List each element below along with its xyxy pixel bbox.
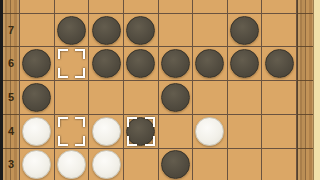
cell-h8[interactable] (261, 0, 296, 13)
last-move-marker-corner (145, 136, 155, 146)
black-piece-c7[interactable] (92, 16, 121, 45)
white-piece-b3[interactable] (57, 150, 86, 179)
last-move-marker-corner (58, 68, 68, 78)
cell-c8[interactable] (88, 0, 123, 13)
cell-e8[interactable] (158, 0, 193, 13)
white-piece-c4[interactable] (92, 117, 121, 146)
cell-f8[interactable] (192, 0, 227, 13)
cell-b3[interactable] (54, 148, 89, 180)
rank-label-7: 7 (3, 24, 19, 36)
black-piece-g6[interactable] (230, 49, 259, 78)
cell-e4[interactable] (158, 114, 193, 148)
cell-b5[interactable] (54, 80, 89, 114)
cell-c5[interactable] (88, 80, 123, 114)
cell-f3[interactable] (192, 148, 227, 180)
last-move-marker-corner (127, 117, 137, 127)
cell-g3[interactable] (227, 148, 262, 180)
black-piece-a5[interactable] (22, 83, 51, 112)
cell-f5[interactable] (192, 80, 227, 114)
cell-e6[interactable] (158, 46, 193, 80)
black-piece-e6[interactable] (161, 49, 190, 78)
cell-h3[interactable] (261, 148, 296, 180)
cell-b6[interactable] (54, 46, 89, 80)
last-move-marker-corner (127, 136, 137, 146)
cell-c7[interactable] (88, 13, 123, 46)
rank-label-6: 6 (3, 57, 19, 69)
cell-g6[interactable] (227, 46, 262, 80)
white-piece-a4[interactable] (22, 117, 51, 146)
last-move-marker-corner (58, 49, 68, 59)
cell-d7[interactable] (123, 13, 158, 46)
cell-b4[interactable] (54, 114, 89, 148)
rank-label-5: 5 (3, 91, 19, 103)
white-piece-a3[interactable] (22, 150, 51, 179)
cell-h6[interactable] (261, 46, 296, 80)
last-move-marker-corner (75, 49, 85, 59)
cell-a6[interactable] (19, 46, 54, 80)
cell-c4[interactable] (88, 114, 123, 148)
cell-e7[interactable] (158, 13, 193, 46)
cell-c3[interactable] (88, 148, 123, 180)
cell-g8[interactable] (227, 0, 262, 13)
black-piece-d6[interactable] (126, 49, 155, 78)
cell-d5[interactable] (123, 80, 158, 114)
board-frame-right (297, 0, 314, 180)
cell-f7[interactable] (192, 13, 227, 46)
black-piece-e5[interactable] (161, 83, 190, 112)
cell-c6[interactable] (88, 46, 123, 80)
cell-a7[interactable] (19, 13, 54, 46)
cell-d4[interactable] (123, 114, 158, 148)
black-piece-e3[interactable] (161, 150, 190, 179)
cell-b7[interactable] (54, 13, 89, 46)
last-move-marker-corner (75, 68, 85, 78)
cell-a5[interactable] (19, 80, 54, 114)
rank-label-4: 4 (3, 125, 19, 137)
last-move-marker-corner (58, 117, 68, 127)
black-piece-c6[interactable] (92, 49, 121, 78)
cell-g7[interactable] (227, 13, 262, 46)
cell-d6[interactable] (123, 46, 158, 80)
game-board[interactable] (19, 0, 297, 180)
cell-h5[interactable] (261, 80, 296, 114)
cell-a4[interactable] (19, 114, 54, 148)
cell-d3[interactable] (123, 148, 158, 180)
white-piece-c3[interactable] (92, 150, 121, 179)
game-screen: 76543 (0, 0, 320, 180)
black-piece-h6[interactable] (265, 49, 294, 78)
last-move-marker-corner (58, 136, 68, 146)
board-frame-left: 76543 (3, 0, 20, 180)
cell-g5[interactable] (227, 80, 262, 114)
black-piece-a6[interactable] (22, 49, 51, 78)
cell-a3[interactable] (19, 148, 54, 180)
black-piece-g7[interactable] (230, 16, 259, 45)
cell-e3[interactable] (158, 148, 193, 180)
cell-d8[interactable] (123, 0, 158, 13)
cell-g4[interactable] (227, 114, 262, 148)
cell-a8[interactable] (19, 0, 54, 13)
black-piece-b7[interactable] (57, 16, 86, 45)
cell-h4[interactable] (261, 114, 296, 148)
last-move-marker-corner (75, 136, 85, 146)
cell-b8[interactable] (54, 0, 89, 13)
cell-h7[interactable] (261, 13, 296, 46)
black-piece-d7[interactable] (126, 16, 155, 45)
black-piece-f6[interactable] (195, 49, 224, 78)
last-move-marker-corner (145, 117, 155, 127)
cell-e5[interactable] (158, 80, 193, 114)
cell-f4[interactable] (192, 114, 227, 148)
last-move-marker-corner (75, 117, 85, 127)
cell-f6[interactable] (192, 46, 227, 80)
white-piece-f4[interactable] (195, 117, 224, 146)
rank-label-3: 3 (3, 158, 19, 170)
